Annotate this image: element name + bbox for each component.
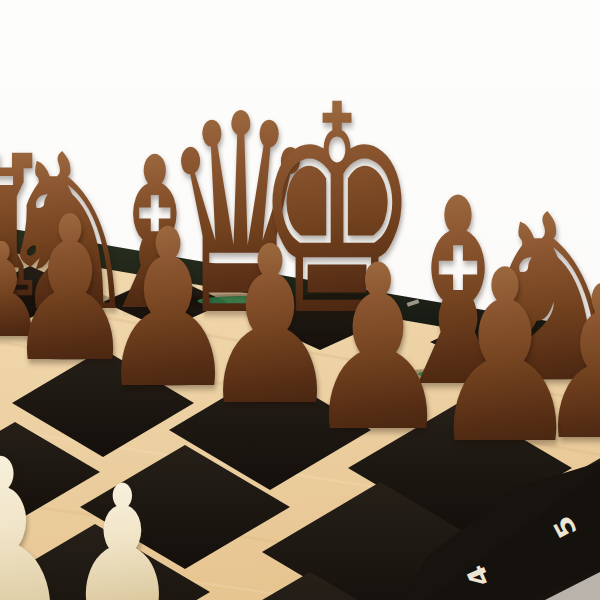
felt-pad: [418, 369, 498, 379]
felt-pad: [468, 426, 542, 436]
felt-pad: [197, 296, 282, 306]
felt-pad: [517, 366, 588, 376]
felt-pad: [134, 372, 202, 382]
chess-board: 54: [0, 0, 600, 600]
felt-pad: [343, 414, 414, 424]
piece-shadow: [277, 294, 398, 310]
felt-pad: [39, 346, 101, 356]
felt-pad: [236, 389, 304, 399]
board-surface: 54: [0, 0, 600, 600]
chess-set-photo: 54 ♜♞♝♛♚♟♟♞♝♟♟♟♟♟♟♟: [0, 0, 600, 600]
piece-shadow: [22, 292, 112, 308]
